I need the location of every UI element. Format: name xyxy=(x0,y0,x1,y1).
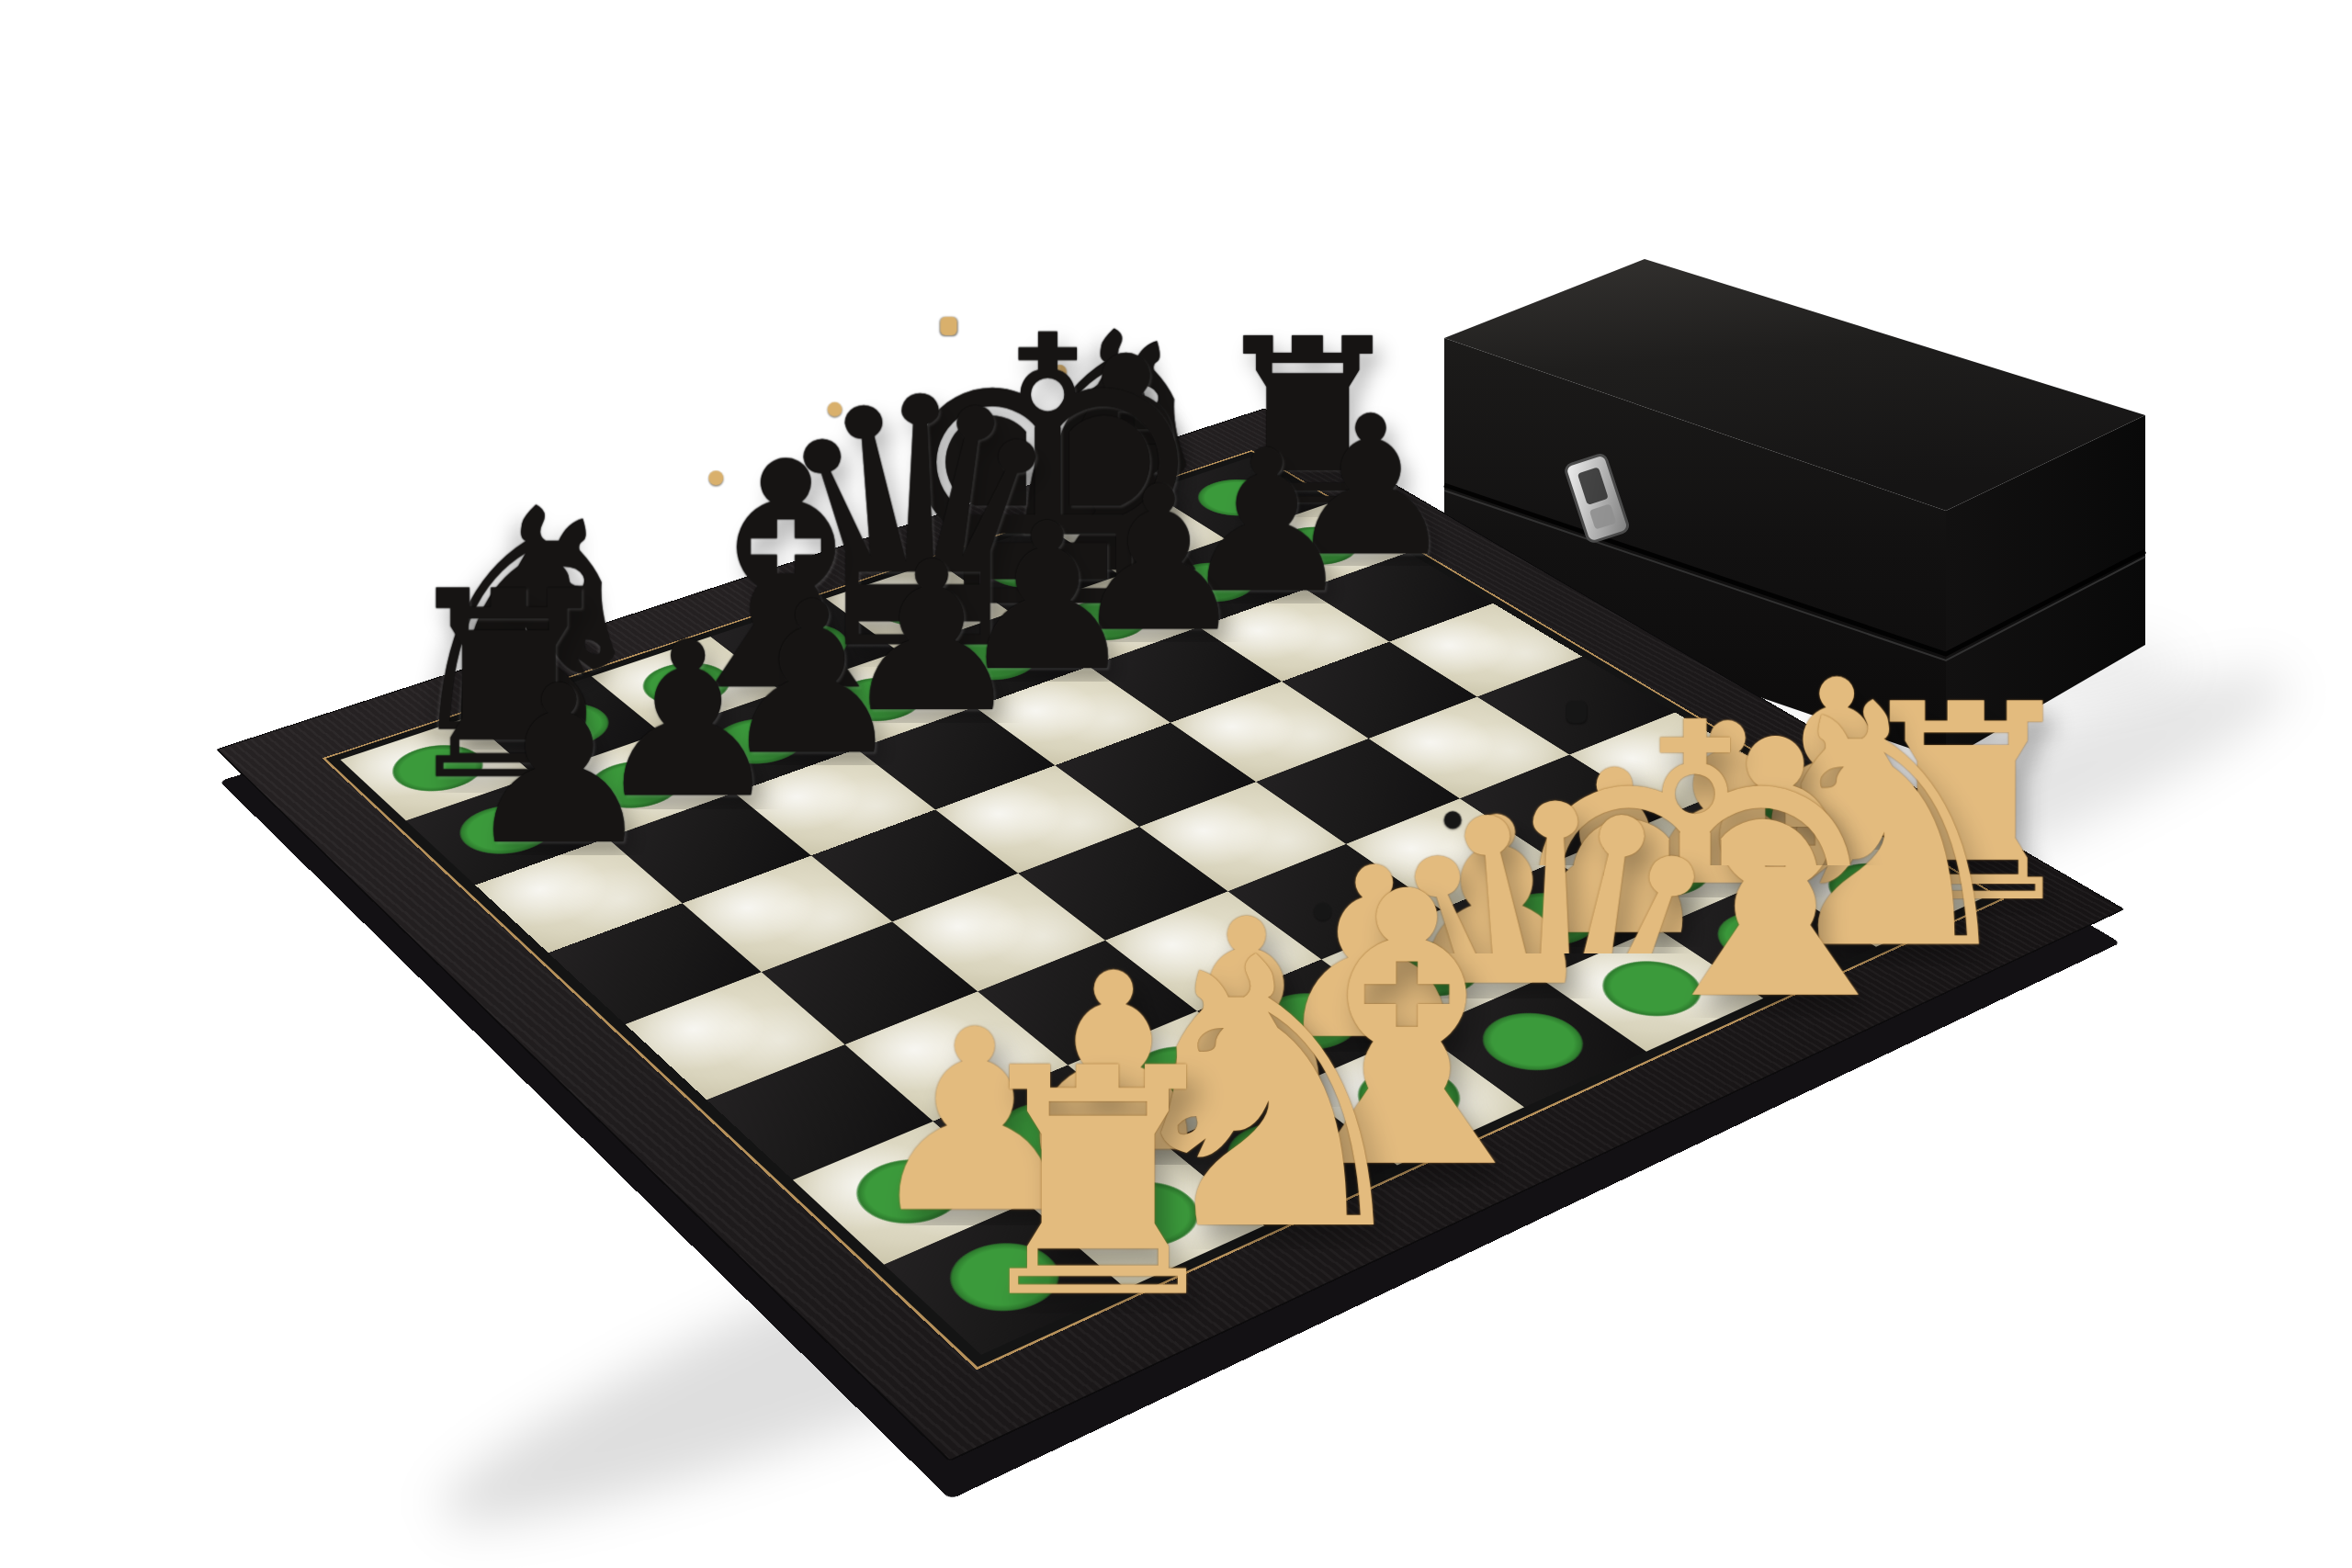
black-queen[interactable]: ♛ xyxy=(765,385,903,667)
black-bishop[interactable]: ♝ xyxy=(993,345,1126,589)
square-d6[interactable] xyxy=(857,707,1056,810)
black-pawn[interactable]: ♟ xyxy=(1284,408,1416,566)
board-pinstripe-border: ♜♞♝♛♚♝♞♜♟♟♟♟♟♟♟♟♟♟♟♟♟♟♟♟♜♞♝♛♚♝♞♜ xyxy=(322,450,2005,1370)
square-f8[interactable]: ♝ xyxy=(937,525,1120,613)
board-grid: ♜♞♝♛♚♝♞♜♟♟♟♟♟♟♟♟♟♟♟♟♟♟♟♟♜♞♝♛♚♝♞♜ xyxy=(340,457,1984,1355)
black-knight[interactable]: ♞ xyxy=(1101,321,1231,552)
black-king[interactable]: ♚ xyxy=(881,322,1016,626)
white-rook[interactable]: ♜ xyxy=(957,1056,1134,1314)
square-g7[interactable]: ♟ xyxy=(1120,539,1306,627)
black-bishop[interactable]: ♝ xyxy=(646,450,786,706)
square-c7[interactable]: ♟ xyxy=(661,692,857,793)
black-rook[interactable]: ♜ xyxy=(1205,330,1334,517)
black-pawn[interactable]: ♟ xyxy=(461,676,610,855)
black-pawn[interactable]: ♟ xyxy=(1069,478,1205,641)
square-d7[interactable]: ♟ xyxy=(782,651,975,749)
chess-board[interactable]: ♜♞♝♛♚♝♞♜♟♟♟♟♟♟♟♟♟♟♟♟♟♟♟♟♜♞♝♛♚♝♞♜ xyxy=(216,408,2125,1461)
black-pawn[interactable]: ♟ xyxy=(718,592,861,765)
square-g6[interactable] xyxy=(1199,589,1389,682)
square-a7[interactable]: ♟ xyxy=(406,776,607,886)
black-pawn[interactable]: ♟ xyxy=(956,515,1095,682)
square-h6[interactable] xyxy=(1306,552,1493,641)
square-f6[interactable] xyxy=(1089,627,1282,723)
square-e8[interactable]: ♚ xyxy=(826,561,1012,651)
square-d8[interactable]: ♛ xyxy=(711,598,899,691)
square-f5[interactable] xyxy=(1170,682,1369,782)
square-e6[interactable] xyxy=(975,666,1170,765)
black-pawn[interactable]: ♟ xyxy=(839,553,979,723)
scene: ♜♞♝♛♚♝♞♜♟♟♟♟♟♟♟♟♟♟♟♟♟♟♟♟♜♞♝♛♚♝♞♜ xyxy=(0,0,2352,1568)
square-h7[interactable]: ♟ xyxy=(1226,504,1408,590)
square-g8[interactable]: ♞ xyxy=(1045,491,1226,576)
black-pawn[interactable]: ♟ xyxy=(1179,443,1312,604)
square-e7[interactable]: ♟ xyxy=(899,613,1089,707)
square-h8[interactable]: ♜ xyxy=(1148,457,1327,539)
square-f7[interactable]: ♟ xyxy=(1012,575,1199,666)
square-e5[interactable] xyxy=(1055,723,1256,827)
